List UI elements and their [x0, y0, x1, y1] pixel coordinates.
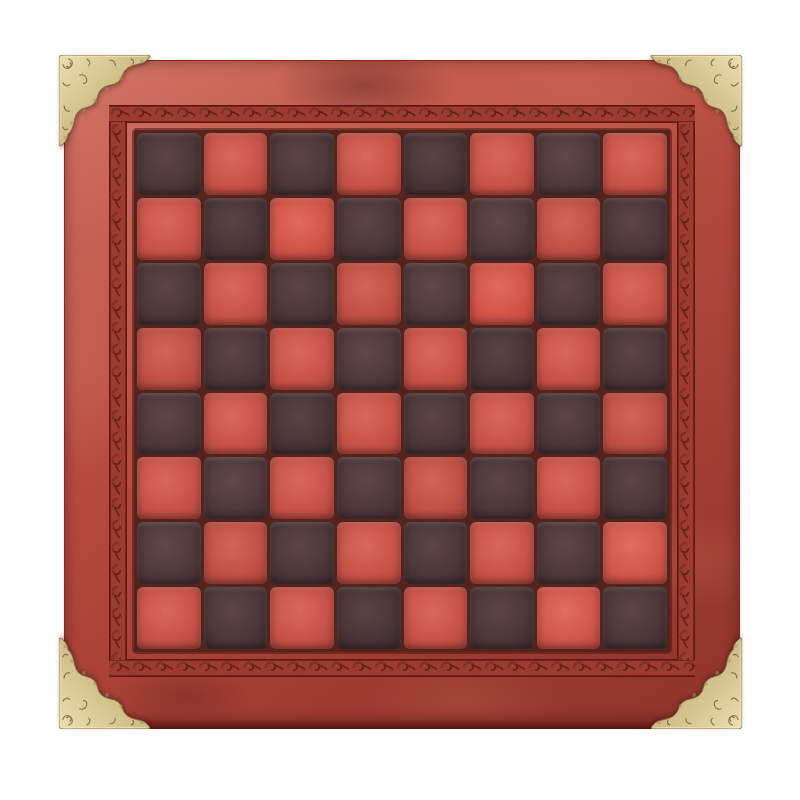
square-b1	[204, 587, 268, 649]
square-a3	[137, 457, 201, 519]
square-d5	[337, 328, 401, 390]
square-e7	[404, 198, 468, 260]
square-h2	[603, 522, 667, 584]
square-e4	[404, 393, 468, 455]
square-b4	[204, 393, 268, 455]
embossed-border-left	[109, 122, 127, 660]
square-c6	[270, 263, 334, 325]
board-grid	[134, 130, 670, 652]
square-d1	[337, 587, 401, 649]
embossed-border-right	[677, 122, 695, 660]
square-g5	[537, 328, 601, 390]
square-d7	[337, 198, 401, 260]
square-f8	[470, 133, 534, 195]
square-c3	[270, 457, 334, 519]
square-g1	[537, 587, 601, 649]
square-d3	[337, 457, 401, 519]
square-f5	[470, 328, 534, 390]
square-b2	[204, 522, 268, 584]
square-g3	[537, 457, 601, 519]
square-b8	[204, 133, 268, 195]
square-f4	[470, 393, 534, 455]
square-c5	[270, 328, 334, 390]
square-e5	[404, 328, 468, 390]
square-f3	[470, 457, 534, 519]
square-b6	[204, 263, 268, 325]
square-d8	[337, 133, 401, 195]
square-d2	[337, 522, 401, 584]
square-e6	[404, 263, 468, 325]
square-g4	[537, 393, 601, 455]
photo-stage	[0, 0, 800, 800]
square-e8	[404, 133, 468, 195]
square-b5	[204, 328, 268, 390]
square-c2	[270, 522, 334, 584]
square-a4	[137, 393, 201, 455]
square-f2	[470, 522, 534, 584]
square-c1	[270, 587, 334, 649]
square-f1	[470, 587, 534, 649]
square-a7	[137, 198, 201, 260]
square-d4	[337, 393, 401, 455]
square-a8	[137, 133, 201, 195]
square-h4	[603, 393, 667, 455]
square-b7	[204, 198, 268, 260]
embossed-border-top	[109, 105, 695, 123]
square-g8	[537, 133, 601, 195]
square-h1	[603, 587, 667, 649]
square-c8	[270, 133, 334, 195]
chessboard	[64, 60, 740, 722]
square-d6	[337, 263, 401, 325]
square-g2	[537, 522, 601, 584]
square-a2	[137, 522, 201, 584]
square-h6	[603, 263, 667, 325]
square-h8	[603, 133, 667, 195]
square-h3	[603, 457, 667, 519]
embossed-border-bottom	[109, 659, 695, 677]
square-h7	[603, 198, 667, 260]
square-e2	[404, 522, 468, 584]
square-g6	[537, 263, 601, 325]
square-g7	[537, 198, 601, 260]
board-side-edge	[68, 720, 734, 729]
square-c4	[270, 393, 334, 455]
square-c7	[270, 198, 334, 260]
square-a6	[137, 263, 201, 325]
square-a1	[137, 587, 201, 649]
square-a5	[137, 328, 201, 390]
square-f6	[470, 263, 534, 325]
square-b3	[204, 457, 268, 519]
square-h5	[603, 328, 667, 390]
square-f7	[470, 198, 534, 260]
square-e3	[404, 457, 468, 519]
square-e1	[404, 587, 468, 649]
